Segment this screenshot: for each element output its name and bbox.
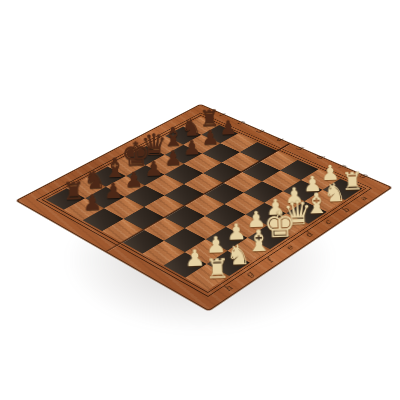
product-photo: ♜♞♝♚♛♝♞♜♟♟♟♟♟♟♟♟♟♟♟♟♟♟♟♟♜♞♝♚♛♝♞♜ hgfedcb… <box>0 0 400 400</box>
scene: ♜♞♝♚♛♝♞♜♟♟♟♟♟♟♟♟♟♟♟♟♟♟♟♟♜♞♝♚♛♝♞♜ hgfedcb… <box>0 0 400 400</box>
piece-black-pawn[interactable]: ♟ <box>78 192 107 214</box>
piece-white-rook[interactable]: ♜ <box>201 255 233 283</box>
chess-board: ♜♞♝♚♛♝♞♜♟♟♟♟♟♟♟♟♟♟♟♟♟♟♟♟♜♞♝♚♛♝♞♜ hgfedcb… <box>17 105 390 310</box>
